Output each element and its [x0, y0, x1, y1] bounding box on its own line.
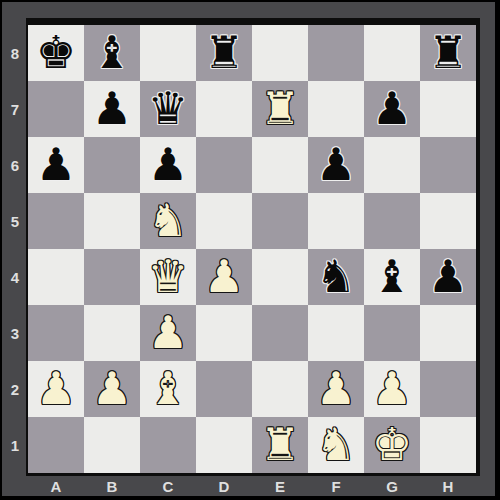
- piece-white-pawn[interactable]: ♟: [316, 361, 356, 417]
- piece-black-king[interactable]: ♚: [36, 25, 76, 81]
- file-labels: ABCDEFGH: [28, 474, 476, 498]
- square-g5[interactable]: [364, 193, 420, 249]
- piece-black-pawn[interactable]: ♟: [148, 137, 188, 193]
- piece-black-rook[interactable]: ♜: [204, 25, 244, 81]
- rank-label-2: 2: [0, 361, 26, 417]
- piece-white-rook[interactable]: ♜: [260, 81, 300, 137]
- piece-white-pawn[interactable]: ♟: [372, 361, 412, 417]
- square-h7[interactable]: [420, 81, 476, 137]
- file-label-c: C: [140, 474, 196, 498]
- piece-black-pawn[interactable]: ♟: [372, 81, 412, 137]
- square-b1[interactable]: [84, 417, 140, 473]
- piece-white-knight[interactable]: ♞: [316, 417, 356, 473]
- square-f3[interactable]: [308, 305, 364, 361]
- square-b5[interactable]: [84, 193, 140, 249]
- square-h6[interactable]: [420, 137, 476, 193]
- square-h5[interactable]: [420, 193, 476, 249]
- square-c8[interactable]: [140, 25, 196, 81]
- file-label-e: E: [252, 474, 308, 498]
- file-label-d: D: [196, 474, 252, 498]
- square-b7[interactable]: ♟: [84, 81, 140, 137]
- file-label-g: G: [364, 474, 420, 498]
- rank-label-5: 5: [0, 193, 26, 249]
- piece-white-knight[interactable]: ♞: [148, 193, 188, 249]
- square-h3[interactable]: [420, 305, 476, 361]
- rank-label-8: 8: [0, 25, 26, 81]
- square-g3[interactable]: [364, 305, 420, 361]
- square-f6[interactable]: ♟: [308, 137, 364, 193]
- square-e7[interactable]: ♜: [252, 81, 308, 137]
- square-c6[interactable]: ♟: [140, 137, 196, 193]
- square-e6[interactable]: [252, 137, 308, 193]
- square-a4[interactable]: [28, 249, 84, 305]
- square-d3[interactable]: [196, 305, 252, 361]
- square-c2[interactable]: ♝: [140, 361, 196, 417]
- piece-black-bishop[interactable]: ♝: [372, 249, 412, 305]
- square-e8[interactable]: [252, 25, 308, 81]
- file-label-h: H: [420, 474, 476, 498]
- square-e4[interactable]: [252, 249, 308, 305]
- square-g8[interactable]: [364, 25, 420, 81]
- square-f7[interactable]: [308, 81, 364, 137]
- square-e1[interactable]: ♜: [252, 417, 308, 473]
- piece-white-pawn[interactable]: ♟: [204, 249, 244, 305]
- piece-white-pawn[interactable]: ♟: [36, 361, 76, 417]
- square-b3[interactable]: [84, 305, 140, 361]
- file-label-a: A: [28, 474, 84, 498]
- rank-labels: 87654321: [0, 25, 26, 473]
- rank-label-6: 6: [0, 137, 26, 193]
- square-b8[interactable]: ♝: [84, 25, 140, 81]
- square-h1[interactable]: [420, 417, 476, 473]
- piece-black-knight[interactable]: ♞: [316, 249, 356, 305]
- square-d7[interactable]: [196, 81, 252, 137]
- square-f8[interactable]: [308, 25, 364, 81]
- square-e5[interactable]: [252, 193, 308, 249]
- square-a1[interactable]: [28, 417, 84, 473]
- square-b4[interactable]: [84, 249, 140, 305]
- square-f2[interactable]: ♟: [308, 361, 364, 417]
- square-a6[interactable]: ♟: [28, 137, 84, 193]
- piece-white-queen[interactable]: ♛: [148, 249, 188, 305]
- square-a3[interactable]: [28, 305, 84, 361]
- square-g6[interactable]: [364, 137, 420, 193]
- piece-black-pawn[interactable]: ♟: [316, 137, 356, 193]
- piece-black-queen[interactable]: ♛: [148, 81, 188, 137]
- rank-label-7: 7: [0, 81, 26, 137]
- square-a8[interactable]: ♚: [28, 25, 84, 81]
- square-c3[interactable]: ♟: [140, 305, 196, 361]
- square-g2[interactable]: ♟: [364, 361, 420, 417]
- square-d4[interactable]: ♟: [196, 249, 252, 305]
- square-c5[interactable]: ♞: [140, 193, 196, 249]
- square-d6[interactable]: [196, 137, 252, 193]
- square-c7[interactable]: ♛: [140, 81, 196, 137]
- square-a7[interactable]: [28, 81, 84, 137]
- square-d1[interactable]: [196, 417, 252, 473]
- square-h4[interactable]: ♟: [420, 249, 476, 305]
- square-f1[interactable]: ♞: [308, 417, 364, 473]
- piece-black-pawn[interactable]: ♟: [428, 249, 468, 305]
- square-d2[interactable]: [196, 361, 252, 417]
- square-h8[interactable]: ♜: [420, 25, 476, 81]
- square-g4[interactable]: ♝: [364, 249, 420, 305]
- piece-white-king[interactable]: ♚: [372, 417, 412, 473]
- square-g1[interactable]: ♚: [364, 417, 420, 473]
- square-g7[interactable]: ♟: [364, 81, 420, 137]
- rank-label-3: 3: [0, 305, 26, 361]
- square-f4[interactable]: ♞: [308, 249, 364, 305]
- square-d8[interactable]: ♜: [196, 25, 252, 81]
- square-h2[interactable]: [420, 361, 476, 417]
- square-a2[interactable]: ♟: [28, 361, 84, 417]
- square-c4[interactable]: ♛: [140, 249, 196, 305]
- piece-white-pawn[interactable]: ♟: [92, 361, 132, 417]
- file-label-f: F: [308, 474, 364, 498]
- square-c1[interactable]: [140, 417, 196, 473]
- chess-board[interactable]: ♚♝♜♜♟♛♜♟♟♟♟♞♛♟♞♝♟♟♟♟♝♟♟♜♞♚: [26, 18, 480, 476]
- square-b2[interactable]: ♟: [84, 361, 140, 417]
- rank-label-4: 4: [0, 249, 26, 305]
- square-f5[interactable]: [308, 193, 364, 249]
- piece-black-bishop[interactable]: ♝: [92, 25, 132, 81]
- square-e2[interactable]: [252, 361, 308, 417]
- square-e3[interactable]: [252, 305, 308, 361]
- rank-label-1: 1: [0, 417, 26, 473]
- square-b6[interactable]: [84, 137, 140, 193]
- chess-board-window: 87654321 ♚♝♜♜♟♛♜♟♟♟♟♞♛♟♞♝♟♟♟♟♝♟♟♜♞♚ ABCD…: [0, 0, 500, 500]
- piece-white-pawn[interactable]: ♟: [148, 305, 188, 361]
- piece-white-bishop[interactable]: ♝: [148, 361, 188, 417]
- square-d5[interactable]: [196, 193, 252, 249]
- piece-black-pawn[interactable]: ♟: [92, 81, 132, 137]
- square-a5[interactable]: [28, 193, 84, 249]
- piece-black-rook[interactable]: ♜: [428, 25, 468, 81]
- piece-black-pawn[interactable]: ♟: [36, 137, 76, 193]
- file-label-b: B: [84, 474, 140, 498]
- piece-white-rook[interactable]: ♜: [260, 417, 300, 473]
